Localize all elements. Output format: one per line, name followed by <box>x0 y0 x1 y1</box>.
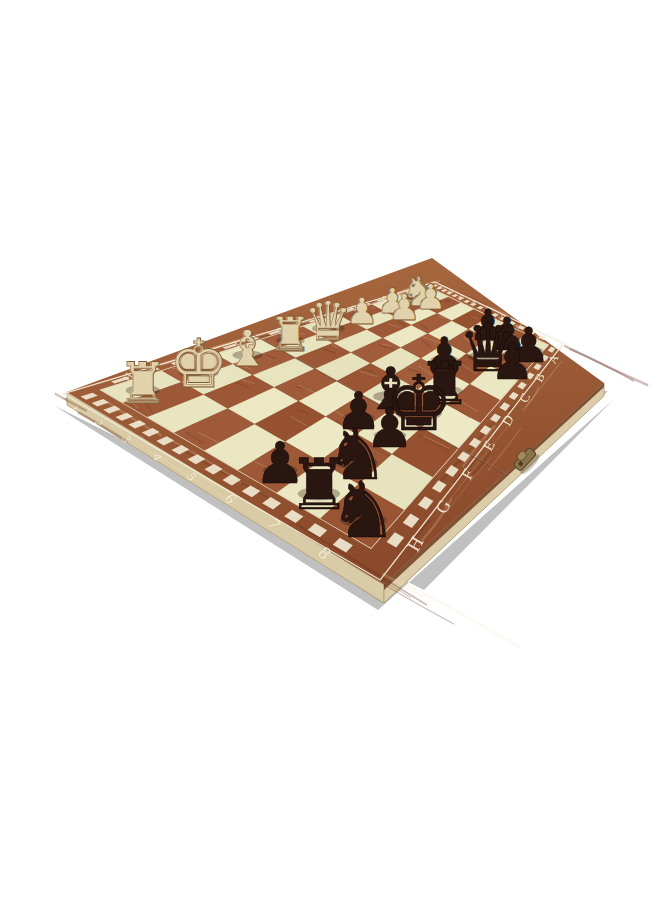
piece-black-pawn-g8: ♟ <box>490 333 535 391</box>
piece-highlight: ♜ <box>117 351 166 415</box>
piece-highlight: ♝ <box>225 320 268 376</box>
piece-highlight: ♚ <box>169 327 226 401</box>
product-photo: 1122334455667788HHGGFFEEDDCCBBAA♞♞♟♟♟♟♟♟… <box>0 0 660 900</box>
chess-set-photo-canvas: 1122334455667788HHGGFFEEDDCCBBAA♞♞♟♟♟♟♟♟… <box>0 0 660 900</box>
piece-highlight: ♜ <box>269 307 310 361</box>
piece-black-knight-a8: ♞ <box>329 465 399 555</box>
piece-highlight: ♟ <box>388 286 419 327</box>
